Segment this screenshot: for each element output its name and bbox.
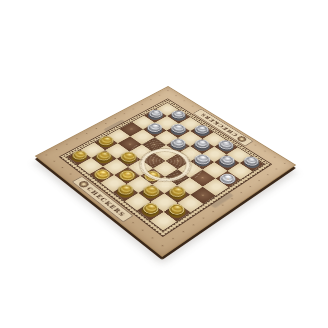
checker-glyph: ⛀ [222, 156, 232, 163]
checker-glyph: ⛂ [120, 185, 130, 193]
checker-glyph: ⛀ [221, 141, 230, 148]
checker-glyph: ⛀ [197, 125, 206, 132]
checker-glyph: ⛀ [197, 140, 206, 147]
checker-glyph: ⛂ [145, 204, 155, 213]
square-g1[interactable]: ⛂ [137, 202, 163, 220]
checker-glyph: ⛀ [197, 155, 206, 162]
checker-glyph: ⛂ [172, 187, 182, 195]
checker-glyph: ⛀ [246, 157, 256, 164]
checker-glyph: ⛀ [174, 111, 183, 117]
checker-glyph: ⛂ [146, 186, 156, 194]
checker-glyph: ⛂ [96, 170, 106, 178]
square-a3[interactable]: ⛂ [94, 135, 118, 150]
checker-glyph: ⛂ [74, 151, 84, 158]
checker-glyph: ⛂ [122, 171, 132, 179]
gold-piece[interactable]: ⛂ [166, 184, 187, 198]
product-photo-checkers-board: CHECKERS CHECKERS ⛀⛀⛀⛀⛀⛀⛀⛀⛀⛀⛀⛀⛂⛂⛂⛂⛂⛂⛂⛂⛂⛂… [0, 0, 328, 328]
checker-glyph: ⛂ [101, 137, 111, 144]
logo-badge-icon [235, 135, 247, 143]
checker-glyph: ⛀ [222, 174, 232, 182]
checker-glyph: ⛀ [150, 124, 159, 131]
logo-badge-icon [76, 179, 89, 188]
silver-piece[interactable]: ⛀ [241, 154, 261, 167]
checker-glyph: ⛂ [98, 152, 108, 159]
checker-glyph: ⛂ [123, 153, 133, 160]
checker-glyph: ⛂ [172, 205, 182, 214]
checker-glyph: ⛀ [151, 110, 160, 116]
border-trim: ⛀⛀⛀⛀⛀⛀⛀⛀⛀⛀⛀⛀⛂⛂⛂⛂⛂⛂⛂⛂⛂⛂⛂⛂ [58, 98, 271, 237]
silver-piece[interactable]: ⛀ [216, 138, 236, 150]
checker-glyph: ⛀ [173, 125, 182, 132]
checkers-board: CHECKERS CHECKERS ⛀⛀⛀⛀⛀⛀⛀⛀⛀⛀⛀⛀⛂⛂⛂⛂⛂⛂⛂⛂⛂⛂… [34, 85, 295, 256]
square-h8[interactable]: ⛀ [239, 155, 264, 171]
checker-glyph: ⛀ [173, 139, 182, 146]
